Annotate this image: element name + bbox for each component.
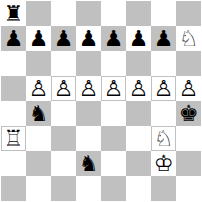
square-e4[interactable]	[101, 101, 126, 126]
square-c3[interactable]	[51, 126, 76, 151]
piece-black-rook[interactable]: ♜	[4, 3, 24, 25]
piece-white-king[interactable]: ♔	[152, 152, 175, 175]
piece-white-pawn[interactable]: ♙	[177, 77, 200, 100]
square-b2[interactable]	[26, 151, 51, 176]
piece-white-pawn[interactable]: ♙	[127, 77, 150, 100]
square-d3[interactable]	[76, 126, 101, 151]
piece-black-pawn[interactable]: ♟	[79, 28, 99, 50]
square-b3[interactable]	[26, 126, 51, 151]
piece-white-pawn[interactable]: ♙	[27, 77, 50, 100]
square-d1[interactable]	[76, 176, 101, 201]
piece-white-pawn[interactable]: ♙	[152, 77, 175, 100]
piece-black-pawn[interactable]: ♟	[129, 28, 149, 50]
piece-white-pawn[interactable]: ♙	[77, 77, 100, 100]
square-d5[interactable]: ♙	[76, 76, 101, 101]
square-g1[interactable]	[151, 176, 176, 201]
square-a4[interactable]	[1, 101, 26, 126]
square-h4[interactable]: ♚	[176, 101, 201, 126]
piece-black-pawn[interactable]: ♟	[4, 28, 24, 50]
square-f4[interactable]	[126, 101, 151, 126]
chess-board: ♜♟♟♟♟♟♟♟♘♙♙♙♙♙♙♙♞♚♖♘♞♔	[1, 1, 201, 201]
square-e6[interactable]	[101, 51, 126, 76]
square-f5[interactable]: ♙	[126, 76, 151, 101]
square-a3[interactable]: ♖	[1, 126, 26, 151]
square-f3[interactable]	[126, 126, 151, 151]
square-c6[interactable]	[51, 51, 76, 76]
square-a6[interactable]	[1, 51, 26, 76]
square-g6[interactable]	[151, 51, 176, 76]
piece-white-rook[interactable]: ♖	[2, 127, 25, 150]
square-d6[interactable]	[76, 51, 101, 76]
square-f8[interactable]	[126, 1, 151, 26]
piece-black-pawn[interactable]: ♟	[154, 28, 174, 50]
piece-black-pawn[interactable]: ♟	[29, 28, 49, 50]
square-a5[interactable]	[1, 76, 26, 101]
square-g3[interactable]: ♘	[151, 126, 176, 151]
square-d7[interactable]: ♟	[76, 26, 101, 51]
piece-white-pawn[interactable]: ♙	[52, 77, 75, 100]
square-c1[interactable]	[51, 176, 76, 201]
square-b8[interactable]	[26, 1, 51, 26]
square-c8[interactable]	[51, 1, 76, 26]
square-h8[interactable]	[176, 1, 201, 26]
square-g4[interactable]	[151, 101, 176, 126]
square-c2[interactable]	[51, 151, 76, 176]
square-f2[interactable]	[126, 151, 151, 176]
square-a1[interactable]	[1, 176, 26, 201]
square-g7[interactable]: ♟	[151, 26, 176, 51]
square-f6[interactable]	[126, 51, 151, 76]
diagram-background: ♜♟♟♟♟♟♟♟♘♙♙♙♙♙♙♙♞♚♖♘♞♔	[0, 0, 202, 202]
square-b7[interactable]: ♟	[26, 26, 51, 51]
square-d4[interactable]	[76, 101, 101, 126]
square-e1[interactable]	[101, 176, 126, 201]
square-e5[interactable]: ♙	[101, 76, 126, 101]
square-b1[interactable]	[26, 176, 51, 201]
piece-black-knight[interactable]: ♞	[29, 103, 49, 125]
piece-black-king[interactable]: ♚	[179, 103, 199, 125]
square-c4[interactable]	[51, 101, 76, 126]
square-h2[interactable]	[176, 151, 201, 176]
square-a8[interactable]: ♜	[1, 1, 26, 26]
square-c7[interactable]: ♟	[51, 26, 76, 51]
piece-black-pawn[interactable]: ♟	[104, 28, 124, 50]
piece-black-pawn[interactable]: ♟	[54, 28, 74, 50]
square-h7[interactable]: ♘	[176, 26, 201, 51]
square-b6[interactable]	[26, 51, 51, 76]
square-g8[interactable]	[151, 1, 176, 26]
square-e8[interactable]	[101, 1, 126, 26]
square-h3[interactable]	[176, 126, 201, 151]
square-g5[interactable]: ♙	[151, 76, 176, 101]
square-f1[interactable]	[126, 176, 151, 201]
square-e7[interactable]: ♟	[101, 26, 126, 51]
piece-white-knight[interactable]: ♘	[177, 27, 200, 50]
square-f7[interactable]: ♟	[126, 26, 151, 51]
piece-white-knight[interactable]: ♘	[152, 127, 175, 150]
square-a2[interactable]	[1, 151, 26, 176]
square-h6[interactable]	[176, 51, 201, 76]
square-h1[interactable]	[176, 176, 201, 201]
square-a7[interactable]: ♟	[1, 26, 26, 51]
square-e3[interactable]	[101, 126, 126, 151]
square-b5[interactable]: ♙	[26, 76, 51, 101]
square-d2[interactable]: ♞	[76, 151, 101, 176]
square-e2[interactable]	[101, 151, 126, 176]
piece-white-pawn[interactable]: ♙	[102, 77, 125, 100]
square-d8[interactable]	[76, 1, 101, 26]
square-b4[interactable]: ♞	[26, 101, 51, 126]
square-g2[interactable]: ♔	[151, 151, 176, 176]
square-h5[interactable]: ♙	[176, 76, 201, 101]
piece-black-knight[interactable]: ♞	[79, 153, 99, 175]
square-c5[interactable]: ♙	[51, 76, 76, 101]
